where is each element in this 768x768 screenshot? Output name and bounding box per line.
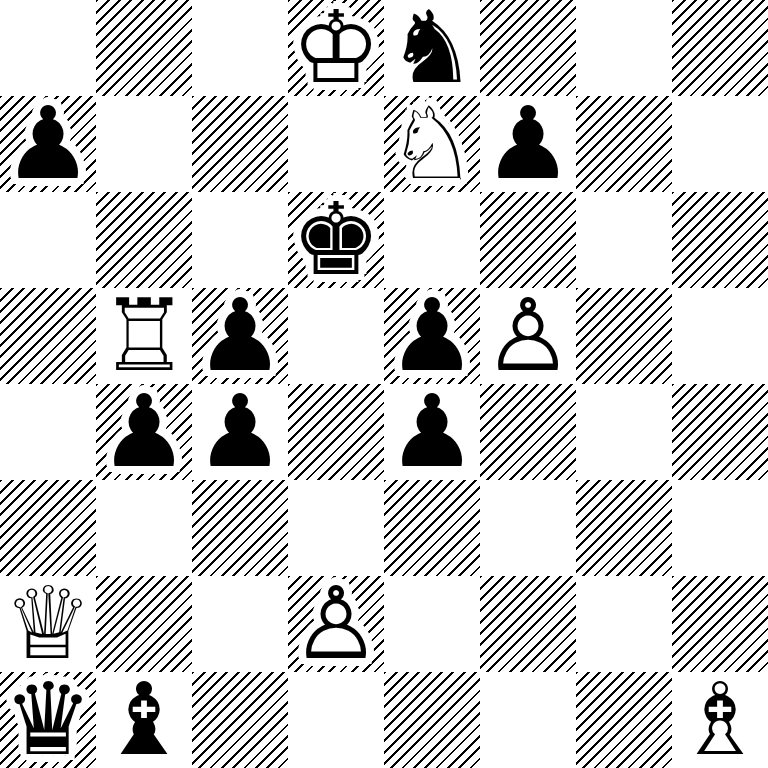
black-knight-halo: ♞ <box>384 0 480 96</box>
square-c4[interactable]: ♟♟ <box>192 384 288 480</box>
black-pawn-piece: ♟ <box>384 288 480 384</box>
square-h6[interactable] <box>672 192 768 288</box>
square-e4[interactable]: ♟♟ <box>384 384 480 480</box>
black-pawn-halo: ♟ <box>96 384 192 480</box>
square-d4[interactable] <box>288 384 384 480</box>
black-king-halo: ♚ <box>288 192 384 288</box>
square-c1[interactable] <box>192 672 288 768</box>
square-h2[interactable] <box>672 576 768 672</box>
white-bishop-piece: ♗ <box>672 672 768 768</box>
square-a8[interactable] <box>0 0 96 96</box>
black-queen-piece: ♛ <box>0 672 96 768</box>
square-f8[interactable] <box>480 0 576 96</box>
black-pawn-halo: ♟ <box>192 384 288 480</box>
square-e8[interactable]: ♞♞ <box>384 0 480 96</box>
square-g8[interactable] <box>576 0 672 96</box>
square-b3[interactable] <box>96 480 192 576</box>
square-c3[interactable] <box>192 480 288 576</box>
square-e7[interactable]: ♞♘ <box>384 96 480 192</box>
square-h7[interactable] <box>672 96 768 192</box>
white-queen-halo: ♛ <box>0 576 96 672</box>
square-e2[interactable] <box>384 576 480 672</box>
square-f7[interactable]: ♟♟ <box>480 96 576 192</box>
white-pawn-piece: ♙ <box>480 288 576 384</box>
black-king-piece: ♚ <box>288 192 384 288</box>
black-bishop-halo: ♝ <box>96 672 192 768</box>
square-g4[interactable] <box>576 384 672 480</box>
square-b8[interactable] <box>96 0 192 96</box>
square-b5[interactable]: ♜♖ <box>96 288 192 384</box>
square-c2[interactable] <box>192 576 288 672</box>
black-knight-piece: ♞ <box>384 0 480 96</box>
white-king-piece: ♔ <box>288 0 384 96</box>
square-f2[interactable] <box>480 576 576 672</box>
black-bishop-piece: ♝ <box>96 672 192 768</box>
black-queen-halo: ♛ <box>0 672 96 768</box>
square-g7[interactable] <box>576 96 672 192</box>
square-h4[interactable] <box>672 384 768 480</box>
square-g5[interactable] <box>576 288 672 384</box>
square-b6[interactable] <box>96 192 192 288</box>
square-g2[interactable] <box>576 576 672 672</box>
black-pawn-halo: ♟ <box>480 96 576 192</box>
white-pawn-halo: ♟ <box>288 576 384 672</box>
black-pawn-halo: ♟ <box>0 96 96 192</box>
square-d5[interactable] <box>288 288 384 384</box>
square-h5[interactable] <box>672 288 768 384</box>
square-g6[interactable] <box>576 192 672 288</box>
white-pawn-piece: ♙ <box>288 576 384 672</box>
square-d6[interactable]: ♚♚ <box>288 192 384 288</box>
square-f5[interactable]: ♟♙ <box>480 288 576 384</box>
square-f1[interactable] <box>480 672 576 768</box>
white-rook-piece: ♖ <box>96 288 192 384</box>
black-pawn-piece: ♟ <box>384 384 480 480</box>
square-c8[interactable] <box>192 0 288 96</box>
chess-board: ♚♔♞♞♟♟♞♘♟♟♚♚♜♖♟♟♟♟♟♙♟♟♟♟♟♟♛♕♟♙♛♛♝♝♝♗ <box>0 0 768 768</box>
square-b1[interactable]: ♝♝ <box>96 672 192 768</box>
black-pawn-piece: ♟ <box>480 96 576 192</box>
square-a2[interactable]: ♛♕ <box>0 576 96 672</box>
square-f4[interactable] <box>480 384 576 480</box>
square-a5[interactable] <box>0 288 96 384</box>
white-knight-piece: ♘ <box>384 96 480 192</box>
square-h8[interactable] <box>672 0 768 96</box>
square-g1[interactable] <box>576 672 672 768</box>
square-e5[interactable]: ♟♟ <box>384 288 480 384</box>
square-a1[interactable]: ♛♛ <box>0 672 96 768</box>
black-pawn-halo: ♟ <box>384 288 480 384</box>
square-d7[interactable] <box>288 96 384 192</box>
square-h1[interactable]: ♝♗ <box>672 672 768 768</box>
square-f3[interactable] <box>480 480 576 576</box>
square-d3[interactable] <box>288 480 384 576</box>
white-king-halo: ♚ <box>288 0 384 96</box>
square-g3[interactable] <box>576 480 672 576</box>
square-b4[interactable]: ♟♟ <box>96 384 192 480</box>
white-bishop-halo: ♝ <box>672 672 768 768</box>
square-f6[interactable] <box>480 192 576 288</box>
square-b7[interactable] <box>96 96 192 192</box>
square-a3[interactable] <box>0 480 96 576</box>
square-b2[interactable] <box>96 576 192 672</box>
square-e6[interactable] <box>384 192 480 288</box>
white-queen-piece: ♕ <box>0 576 96 672</box>
black-pawn-halo: ♟ <box>384 384 480 480</box>
square-d8[interactable]: ♚♔ <box>288 0 384 96</box>
black-pawn-piece: ♟ <box>192 288 288 384</box>
square-e1[interactable] <box>384 672 480 768</box>
black-pawn-halo: ♟ <box>192 288 288 384</box>
square-c6[interactable] <box>192 192 288 288</box>
square-e3[interactable] <box>384 480 480 576</box>
white-rook-halo: ♜ <box>96 288 192 384</box>
white-pawn-halo: ♟ <box>480 288 576 384</box>
square-c7[interactable] <box>192 96 288 192</box>
square-h3[interactable] <box>672 480 768 576</box>
square-c5[interactable]: ♟♟ <box>192 288 288 384</box>
square-a4[interactable] <box>0 384 96 480</box>
white-knight-halo: ♞ <box>384 96 480 192</box>
square-d2[interactable]: ♟♙ <box>288 576 384 672</box>
black-pawn-piece: ♟ <box>192 384 288 480</box>
square-a7[interactable]: ♟♟ <box>0 96 96 192</box>
black-pawn-piece: ♟ <box>96 384 192 480</box>
square-a6[interactable] <box>0 192 96 288</box>
square-d1[interactable] <box>288 672 384 768</box>
black-pawn-piece: ♟ <box>0 96 96 192</box>
